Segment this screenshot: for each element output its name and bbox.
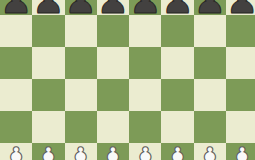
square-d7[interactable]: ♟ bbox=[97, 0, 129, 15]
square-a4[interactable] bbox=[0, 79, 32, 111]
square-c5[interactable] bbox=[65, 47, 97, 79]
chess-board: ♟♟♟♟♟♟♟♟♟♟♟♟♟♟♟♟ bbox=[0, 0, 255, 160]
square-e3[interactable] bbox=[129, 111, 161, 143]
chess-board-viewport: ♟♟♟♟♟♟♟♟♟♟♟♟♟♟♟♟ bbox=[0, 0, 255, 160]
black-pawn[interactable]: ♟ bbox=[97, 0, 129, 19]
square-h7[interactable]: ♟ bbox=[226, 0, 255, 15]
white-pawn[interactable]: ♟ bbox=[226, 143, 255, 160]
black-pawn[interactable]: ♟ bbox=[161, 0, 193, 19]
square-b5[interactable] bbox=[32, 47, 64, 79]
white-pawn[interactable]: ♟ bbox=[161, 143, 193, 160]
square-f3[interactable] bbox=[161, 111, 193, 143]
square-c2[interactable]: ♟ bbox=[65, 143, 97, 160]
square-c7[interactable]: ♟ bbox=[65, 0, 97, 15]
square-b7[interactable]: ♟ bbox=[32, 0, 64, 15]
square-g5[interactable] bbox=[194, 47, 226, 79]
square-b4[interactable] bbox=[32, 79, 64, 111]
black-pawn[interactable]: ♟ bbox=[32, 0, 64, 19]
white-pawn[interactable]: ♟ bbox=[97, 143, 129, 160]
square-h5[interactable] bbox=[226, 47, 255, 79]
square-a7[interactable]: ♟ bbox=[0, 0, 32, 15]
square-c3[interactable] bbox=[65, 111, 97, 143]
white-pawn[interactable]: ♟ bbox=[129, 143, 161, 160]
square-e7[interactable]: ♟ bbox=[129, 0, 161, 15]
black-pawn[interactable]: ♟ bbox=[194, 0, 226, 19]
square-f2[interactable]: ♟ bbox=[161, 143, 193, 160]
square-g4[interactable] bbox=[194, 79, 226, 111]
square-a2[interactable]: ♟ bbox=[0, 143, 32, 160]
black-pawn[interactable]: ♟ bbox=[226, 0, 255, 19]
square-h2[interactable]: ♟ bbox=[226, 143, 255, 160]
square-e2[interactable]: ♟ bbox=[129, 143, 161, 160]
black-pawn[interactable]: ♟ bbox=[0, 0, 32, 19]
square-b3[interactable] bbox=[32, 111, 64, 143]
square-d4[interactable] bbox=[97, 79, 129, 111]
square-g3[interactable] bbox=[194, 111, 226, 143]
black-pawn[interactable]: ♟ bbox=[129, 0, 161, 19]
white-pawn[interactable]: ♟ bbox=[65, 143, 97, 160]
square-a3[interactable] bbox=[0, 111, 32, 143]
white-pawn[interactable]: ♟ bbox=[32, 143, 64, 160]
square-e4[interactable] bbox=[129, 79, 161, 111]
square-d2[interactable]: ♟ bbox=[97, 143, 129, 160]
square-e5[interactable] bbox=[129, 47, 161, 79]
square-f5[interactable] bbox=[161, 47, 193, 79]
white-pawn[interactable]: ♟ bbox=[0, 143, 32, 160]
square-f7[interactable]: ♟ bbox=[161, 0, 193, 15]
square-d5[interactable] bbox=[97, 47, 129, 79]
square-d3[interactable] bbox=[97, 111, 129, 143]
square-f4[interactable] bbox=[161, 79, 193, 111]
square-g7[interactable]: ♟ bbox=[194, 0, 226, 15]
square-h3[interactable] bbox=[226, 111, 255, 143]
square-g2[interactable]: ♟ bbox=[194, 143, 226, 160]
white-pawn[interactable]: ♟ bbox=[194, 143, 226, 160]
square-a5[interactable] bbox=[0, 47, 32, 79]
square-h4[interactable] bbox=[226, 79, 255, 111]
black-pawn[interactable]: ♟ bbox=[65, 0, 97, 19]
square-b2[interactable]: ♟ bbox=[32, 143, 64, 160]
square-c4[interactable] bbox=[65, 79, 97, 111]
